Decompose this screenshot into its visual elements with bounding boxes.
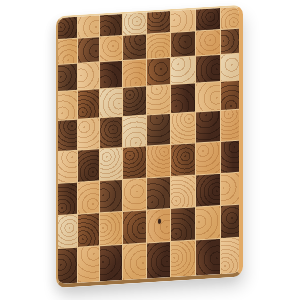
board-cell-dark bbox=[171, 207, 195, 240]
board-cell-light bbox=[171, 240, 195, 276]
board-cell-dark bbox=[123, 210, 146, 243]
board-cell-dark bbox=[171, 31, 195, 56]
board-cell-light bbox=[147, 145, 170, 177]
board-cell-dark bbox=[221, 29, 239, 54]
board-cell-light bbox=[78, 62, 99, 89]
board-cell-light bbox=[221, 238, 239, 274]
board-cell-light bbox=[123, 59, 146, 86]
board-cell-dark bbox=[196, 111, 220, 142]
board-cell-dark bbox=[221, 205, 239, 238]
board-cell-light bbox=[100, 36, 122, 61]
board-cell-light bbox=[123, 243, 146, 279]
board-cell-dark bbox=[100, 14, 122, 36]
board-cell-dark bbox=[123, 34, 146, 59]
board-cell-light bbox=[123, 12, 146, 34]
board-cell-dark bbox=[58, 183, 77, 215]
board-cell-dark bbox=[78, 37, 99, 62]
board-cell-light bbox=[78, 246, 99, 282]
board-cell-dark bbox=[58, 248, 77, 284]
board-cell-dark bbox=[147, 177, 170, 209]
board-cell-dark bbox=[58, 17, 77, 39]
board-cell-light bbox=[221, 173, 239, 205]
board-cell-dark bbox=[78, 149, 99, 181]
board-cell-light bbox=[58, 151, 77, 183]
board-cell-light bbox=[171, 56, 195, 83]
board-cell-dark bbox=[58, 64, 77, 91]
board-cell-light bbox=[147, 33, 170, 58]
checkerboard-grid bbox=[58, 7, 239, 284]
board-cell-dark bbox=[196, 8, 220, 30]
board-cell-dark bbox=[78, 213, 99, 246]
board-cell-light bbox=[171, 112, 195, 143]
board-cell-light bbox=[123, 178, 146, 210]
board-cell-light bbox=[147, 85, 170, 114]
product-photo-canvas bbox=[0, 0, 300, 300]
board-cell-light bbox=[221, 7, 239, 29]
board-cell-light bbox=[58, 215, 77, 248]
board-cell-light bbox=[221, 54, 239, 81]
board-cell-dark bbox=[196, 174, 220, 206]
board-cell-light bbox=[78, 15, 99, 37]
board-cell-dark bbox=[123, 146, 146, 178]
board-cell-dark bbox=[100, 245, 122, 281]
board-cell-dark bbox=[221, 141, 239, 173]
board-cell-light bbox=[147, 209, 170, 242]
board-cell-light bbox=[221, 110, 239, 141]
board-cell-dark bbox=[58, 120, 77, 151]
board-cell-dark bbox=[147, 242, 170, 278]
board-cell-dark bbox=[147, 11, 170, 33]
board-cell-light bbox=[58, 91, 77, 120]
board-cell-dark bbox=[100, 117, 122, 148]
board-cell-light bbox=[171, 9, 195, 31]
board-cell-light bbox=[196, 82, 220, 111]
board-cell-dark bbox=[123, 86, 146, 115]
board-cell-dark bbox=[147, 58, 170, 85]
board-cell-dark bbox=[196, 55, 220, 82]
board-cell-dark bbox=[221, 81, 239, 110]
cutting-board-checkerboard bbox=[56, 5, 243, 288]
board-cell-light bbox=[171, 175, 195, 207]
board-cell-light bbox=[123, 115, 146, 146]
board-cell-dark bbox=[196, 239, 220, 275]
board-cell-light bbox=[196, 206, 220, 239]
board-cell-light bbox=[196, 30, 220, 55]
board-cell-dark bbox=[147, 114, 170, 145]
board-cell-light bbox=[100, 148, 122, 180]
board-cell-light bbox=[78, 118, 99, 149]
wood-knot bbox=[158, 219, 161, 224]
board-cell-dark bbox=[100, 180, 122, 212]
board-cell-light bbox=[196, 142, 220, 174]
board-cell-light bbox=[78, 181, 99, 213]
board-cell-light bbox=[100, 212, 122, 245]
board-cell-dark bbox=[171, 143, 195, 175]
board-cell-light bbox=[100, 88, 122, 117]
board-cell-dark bbox=[78, 89, 99, 118]
board-cell-dark bbox=[100, 61, 122, 88]
board-cell-dark bbox=[171, 83, 195, 112]
board-cell-light bbox=[58, 39, 77, 64]
